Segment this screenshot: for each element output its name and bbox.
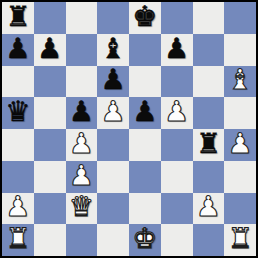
- piece-black-rook[interactable]: ♜: [5, 3, 30, 31]
- square-c2[interactable]: ♛: [66, 193, 98, 225]
- piece-black-bishop[interactable]: ♝: [101, 35, 126, 63]
- piece-black-king[interactable]: ♚: [132, 3, 157, 31]
- square-b4[interactable]: [34, 129, 66, 161]
- piece-black-pawn[interactable]: ♟: [164, 35, 189, 63]
- square-b3[interactable]: [34, 161, 66, 193]
- square-b6[interactable]: [34, 66, 66, 98]
- piece-white-pawn[interactable]: ♟: [69, 130, 94, 158]
- piece-black-pawn[interactable]: ♟: [5, 35, 30, 63]
- square-c1[interactable]: [66, 224, 98, 256]
- square-f6[interactable]: [161, 66, 193, 98]
- square-d6[interactable]: ♟: [97, 66, 129, 98]
- piece-black-pawn[interactable]: ♟: [69, 98, 94, 126]
- piece-black-pawn[interactable]: ♟: [132, 98, 157, 126]
- square-e2[interactable]: [129, 193, 161, 225]
- piece-black-queen[interactable]: ♛: [5, 98, 30, 126]
- square-e5[interactable]: ♟: [129, 97, 161, 129]
- square-f4[interactable]: [161, 129, 193, 161]
- square-f5[interactable]: ♟: [161, 97, 193, 129]
- square-e3[interactable]: [129, 161, 161, 193]
- piece-white-queen[interactable]: ♛: [69, 193, 94, 221]
- square-f1[interactable]: [161, 224, 193, 256]
- square-f2[interactable]: [161, 193, 193, 225]
- square-h2[interactable]: [224, 193, 256, 225]
- square-c3[interactable]: ♟: [66, 161, 98, 193]
- square-g8[interactable]: [193, 2, 225, 34]
- square-g2[interactable]: ♟: [193, 193, 225, 225]
- piece-black-pawn[interactable]: ♟: [37, 35, 62, 63]
- square-c8[interactable]: [66, 2, 98, 34]
- square-g3[interactable]: [193, 161, 225, 193]
- square-a6[interactable]: [2, 66, 34, 98]
- square-b2[interactable]: [34, 193, 66, 225]
- square-g6[interactable]: [193, 66, 225, 98]
- piece-white-pawn[interactable]: ♟: [164, 98, 189, 126]
- square-d1[interactable]: [97, 224, 129, 256]
- square-g7[interactable]: [193, 34, 225, 66]
- square-h3[interactable]: [224, 161, 256, 193]
- square-e8[interactable]: ♚: [129, 2, 161, 34]
- piece-white-pawn[interactable]: ♟: [196, 193, 221, 221]
- piece-white-pawn[interactable]: ♟: [69, 162, 94, 190]
- square-a1[interactable]: ♜: [2, 224, 34, 256]
- piece-white-pawn[interactable]: ♟: [5, 193, 30, 221]
- piece-black-pawn[interactable]: ♟: [101, 66, 126, 94]
- square-b8[interactable]: [34, 2, 66, 34]
- square-e1[interactable]: ♚: [129, 224, 161, 256]
- square-f7[interactable]: ♟: [161, 34, 193, 66]
- square-c5[interactable]: ♟: [66, 97, 98, 129]
- square-d4[interactable]: [97, 129, 129, 161]
- square-d3[interactable]: [97, 161, 129, 193]
- square-c6[interactable]: [66, 66, 98, 98]
- square-h8[interactable]: [224, 2, 256, 34]
- square-h7[interactable]: [224, 34, 256, 66]
- square-a3[interactable]: [2, 161, 34, 193]
- piece-white-pawn[interactable]: ♟: [228, 130, 253, 158]
- square-a8[interactable]: ♜: [2, 2, 34, 34]
- square-b7[interactable]: ♟: [34, 34, 66, 66]
- square-a4[interactable]: [2, 129, 34, 161]
- square-f3[interactable]: [161, 161, 193, 193]
- square-a7[interactable]: ♟: [2, 34, 34, 66]
- square-b1[interactable]: [34, 224, 66, 256]
- square-a2[interactable]: ♟: [2, 193, 34, 225]
- piece-white-bishop[interactable]: ♝: [228, 66, 253, 94]
- piece-white-pawn[interactable]: ♟: [101, 98, 126, 126]
- square-h1[interactable]: ♜: [224, 224, 256, 256]
- square-d7[interactable]: ♝: [97, 34, 129, 66]
- square-c7[interactable]: [66, 34, 98, 66]
- square-b5[interactable]: [34, 97, 66, 129]
- square-e6[interactable]: [129, 66, 161, 98]
- square-h5[interactable]: [224, 97, 256, 129]
- square-a5[interactable]: ♛: [2, 97, 34, 129]
- square-d5[interactable]: ♟: [97, 97, 129, 129]
- piece-black-rook[interactable]: ♜: [196, 130, 221, 158]
- square-e4[interactable]: [129, 129, 161, 161]
- square-h4[interactable]: ♟: [224, 129, 256, 161]
- square-d8[interactable]: [97, 2, 129, 34]
- piece-white-rook[interactable]: ♜: [5, 225, 30, 253]
- square-h6[interactable]: ♝: [224, 66, 256, 98]
- piece-white-rook[interactable]: ♜: [228, 225, 253, 253]
- square-e7[interactable]: [129, 34, 161, 66]
- square-g5[interactable]: [193, 97, 225, 129]
- square-g4[interactable]: ♜: [193, 129, 225, 161]
- square-f8[interactable]: [161, 2, 193, 34]
- chess-board: ♜♚♟♟♝♟♟♝♛♟♟♟♟♟♜♟♟♟♛♟♜♚♜: [0, 0, 258, 258]
- square-d2[interactable]: [97, 193, 129, 225]
- square-c4[interactable]: ♟: [66, 129, 98, 161]
- square-g1[interactable]: [193, 224, 225, 256]
- piece-white-king[interactable]: ♚: [132, 225, 157, 253]
